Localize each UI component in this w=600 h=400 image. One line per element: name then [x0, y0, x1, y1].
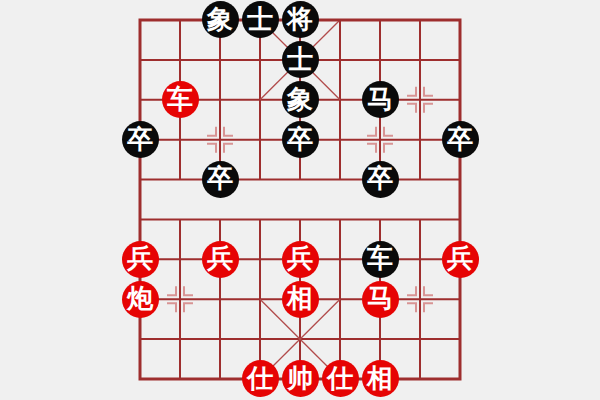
board-point-5-4[interactable]: 卒 — [280, 120, 320, 160]
board-point-3-10[interactable] — [200, 359, 240, 399]
board-point-3-5[interactable]: 卒 — [200, 160, 240, 200]
board-point-1-1[interactable] — [120, 0, 160, 40]
board-point-5-3[interactable]: 象 — [280, 80, 320, 120]
board-point-9-10[interactable] — [440, 359, 480, 399]
board-point-4-5[interactable] — [240, 160, 280, 200]
board-point-9-6[interactable] — [440, 199, 480, 239]
black-advisor-piece[interactable]: 士 — [282, 41, 319, 78]
board-point-7-7[interactable]: 车 — [360, 239, 400, 279]
xiangqi-board: 象士将士车象马卒卒卒卒卒兵兵兵车兵炮相马仕帅仕相 — [0, 0, 600, 400]
board-point-9-7[interactable]: 兵 — [440, 239, 480, 279]
board-point-3-3[interactable] — [200, 80, 240, 120]
red-soldier-piece[interactable]: 兵 — [202, 241, 239, 278]
board-point-6-4[interactable] — [320, 120, 360, 160]
board-point-2-5[interactable] — [160, 160, 200, 200]
board-point-7-3[interactable]: 马 — [360, 80, 400, 120]
board-point-9-4[interactable]: 卒 — [440, 120, 480, 160]
red-cannon-piece[interactable]: 炮 — [122, 281, 159, 318]
board-point-6-9[interactable] — [320, 319, 360, 359]
red-horse-piece[interactable]: 马 — [362, 281, 399, 318]
board-grid: 象士将士车象马卒卒卒卒卒兵兵兵车兵炮相马仕帅仕相 — [120, 0, 480, 399]
board-point-5-7[interactable]: 兵 — [280, 239, 320, 279]
board-point-1-5[interactable] — [120, 160, 160, 200]
black-chariot-piece[interactable]: 车 — [362, 241, 399, 278]
black-elephant-piece[interactable]: 象 — [282, 81, 319, 118]
red-soldier-piece[interactable]: 兵 — [122, 241, 159, 278]
board-point-2-6[interactable] — [160, 199, 200, 239]
board-point-1-6[interactable] — [120, 199, 160, 239]
board-point-8-7[interactable] — [400, 239, 440, 279]
board-point-5-6[interactable] — [280, 199, 320, 239]
board-point-4-6[interactable] — [240, 199, 280, 239]
board-point-1-9[interactable] — [120, 319, 160, 359]
board-point-4-9[interactable] — [240, 319, 280, 359]
board-point-1-2[interactable] — [120, 40, 160, 80]
black-general-piece[interactable]: 将 — [282, 1, 319, 38]
board-point-2-8[interactable] — [160, 279, 200, 319]
board-point-8-4[interactable] — [400, 120, 440, 160]
board-point-5-10[interactable]: 帅 — [280, 359, 320, 399]
board-point-2-3[interactable]: 车 — [160, 80, 200, 120]
black-soldier-piece[interactable]: 卒 — [122, 121, 159, 158]
board-point-2-1[interactable] — [160, 0, 200, 40]
board-point-1-10[interactable] — [120, 359, 160, 399]
board-point-6-2[interactable] — [320, 40, 360, 80]
red-advisor-piece[interactable]: 仕 — [322, 360, 359, 397]
board-point-4-4[interactable] — [240, 120, 280, 160]
board-point-9-8[interactable] — [440, 279, 480, 319]
board-point-8-9[interactable] — [400, 319, 440, 359]
board-point-2-2[interactable] — [160, 40, 200, 80]
board-point-5-1[interactable]: 将 — [280, 0, 320, 40]
board-point-4-8[interactable] — [240, 279, 280, 319]
red-general-piece[interactable]: 帅 — [282, 360, 319, 397]
black-soldier-piece[interactable]: 卒 — [202, 161, 239, 198]
board-point-3-9[interactable] — [200, 319, 240, 359]
board-point-6-3[interactable] — [320, 80, 360, 120]
board-point-4-3[interactable] — [240, 80, 280, 120]
board-point-1-4[interactable]: 卒 — [120, 120, 160, 160]
board-point-7-6[interactable] — [360, 199, 400, 239]
board-point-5-5[interactable] — [280, 160, 320, 200]
red-advisor-piece[interactable]: 仕 — [242, 360, 279, 397]
board-point-3-6[interactable] — [200, 199, 240, 239]
board-point-7-10[interactable]: 相 — [360, 359, 400, 399]
board-point-8-3[interactable] — [400, 80, 440, 120]
red-elephant-piece[interactable]: 相 — [282, 281, 319, 318]
board-point-9-9[interactable] — [440, 319, 480, 359]
black-elephant-piece[interactable]: 象 — [202, 1, 239, 38]
board-point-3-2[interactable] — [200, 40, 240, 80]
board-point-9-1[interactable] — [440, 0, 480, 40]
board-point-4-2[interactable] — [240, 40, 280, 80]
board-point-6-1[interactable] — [320, 0, 360, 40]
board-point-6-7[interactable] — [320, 239, 360, 279]
board-point-1-8[interactable]: 炮 — [120, 279, 160, 319]
board-point-2-4[interactable] — [160, 120, 200, 160]
board-point-8-1[interactable] — [400, 0, 440, 40]
red-chariot-piece[interactable]: 车 — [162, 81, 199, 118]
black-horse-piece[interactable]: 马 — [362, 81, 399, 118]
red-soldier-piece[interactable]: 兵 — [282, 241, 319, 278]
board-point-7-1[interactable] — [360, 0, 400, 40]
board-point-9-2[interactable] — [440, 40, 480, 80]
board-point-7-9[interactable] — [360, 319, 400, 359]
red-elephant-piece[interactable]: 相 — [362, 360, 399, 397]
board-point-8-6[interactable] — [400, 199, 440, 239]
board-point-5-2[interactable]: 士 — [280, 40, 320, 80]
board-point-8-8[interactable] — [400, 279, 440, 319]
board-point-2-7[interactable] — [160, 239, 200, 279]
black-soldier-piece[interactable]: 卒 — [362, 161, 399, 198]
board-point-4-7[interactable] — [240, 239, 280, 279]
board-point-6-10[interactable]: 仕 — [320, 359, 360, 399]
board-point-6-8[interactable] — [320, 279, 360, 319]
board-point-9-5[interactable] — [440, 160, 480, 200]
board-point-1-7[interactable]: 兵 — [120, 239, 160, 279]
board-point-3-1[interactable]: 象 — [200, 0, 240, 40]
board-point-6-6[interactable] — [320, 199, 360, 239]
board-point-7-4[interactable] — [360, 120, 400, 160]
board-point-3-7[interactable]: 兵 — [200, 239, 240, 279]
board-point-3-4[interactable] — [200, 120, 240, 160]
black-soldier-piece[interactable]: 卒 — [282, 121, 319, 158]
board-point-1-3[interactable] — [120, 80, 160, 120]
board-point-2-9[interactable] — [160, 319, 200, 359]
board-point-5-8[interactable]: 相 — [280, 279, 320, 319]
board-point-4-10[interactable]: 仕 — [240, 359, 280, 399]
board-point-7-5[interactable]: 卒 — [360, 160, 400, 200]
board-point-6-5[interactable] — [320, 160, 360, 200]
red-soldier-piece[interactable]: 兵 — [442, 241, 479, 278]
board-point-2-10[interactable] — [160, 359, 200, 399]
board-point-4-1[interactable]: 士 — [240, 0, 280, 40]
board-point-8-2[interactable] — [400, 40, 440, 80]
black-soldier-piece[interactable]: 卒 — [442, 121, 479, 158]
black-advisor-piece[interactable]: 士 — [242, 1, 279, 38]
board-point-7-8[interactable]: 马 — [360, 279, 400, 319]
board-point-8-5[interactable] — [400, 160, 440, 200]
board-point-5-9[interactable] — [280, 319, 320, 359]
board-point-7-2[interactable] — [360, 40, 400, 80]
board-point-9-3[interactable] — [440, 80, 480, 120]
board-point-8-10[interactable] — [400, 359, 440, 399]
board-point-3-8[interactable] — [200, 279, 240, 319]
